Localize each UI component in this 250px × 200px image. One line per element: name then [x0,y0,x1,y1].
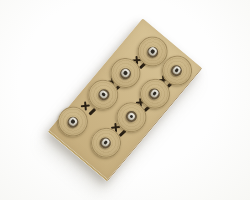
product-photo-background [0,0,250,200]
eyelet-center-hole [129,114,134,119]
eyelet-hub [144,43,159,58]
eyelet-center-hole [174,67,179,72]
eyelet-hub [123,108,138,123]
eyelet-ring [100,137,111,148]
eyelet-hub [146,85,161,100]
eyelet-ring [171,64,182,75]
eyelet-ring [147,46,158,57]
eyelet-hub [168,62,183,77]
eyelet-center-hole [152,91,157,96]
eyelet-hub [117,65,132,80]
eyelet-hub [97,134,112,149]
eyelet-ring [67,116,78,127]
eyelet-center-hole [123,70,128,75]
eyelet-hub [95,86,110,101]
eyelet-hub [65,113,80,128]
eyelet-center-hole [150,49,155,54]
eyelet-center-hole [70,119,75,124]
kraft-card [47,18,202,182]
eyelet-center-hole [101,92,106,97]
eyelet-ring [149,88,160,99]
eyelet-center-hole [103,140,108,145]
eyelet-ring [120,67,131,78]
eyelet-ring [126,111,137,122]
eyelet-ring [98,89,109,100]
